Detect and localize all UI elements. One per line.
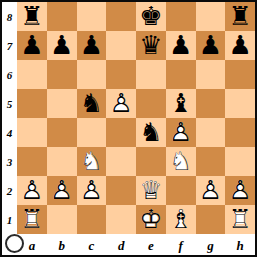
rank-label-7: 7 [2, 31, 17, 60]
square-b8[interactable] [47, 2, 77, 31]
square-g1[interactable] [196, 205, 226, 234]
square-h1[interactable]: ♜♖ [225, 205, 255, 234]
square-h6[interactable] [225, 60, 255, 89]
square-d2[interactable] [106, 176, 136, 205]
square-d1[interactable] [106, 205, 136, 234]
square-g4[interactable] [196, 118, 226, 147]
piece-black-king: ♚ [136, 2, 166, 31]
square-e5[interactable] [136, 89, 166, 118]
board: 8♜♚♜7♟♟♟♛♟♟♟65♞♟♙♝4♞♟♙3♞♘♞♘2♟♙♟♙♟♙♛♕♟♙♟♙… [2, 2, 255, 255]
square-b7[interactable]: ♟ [47, 31, 77, 60]
piece-white-queen: ♛♕ [136, 176, 166, 205]
square-b3[interactable] [47, 147, 77, 176]
piece-black-knight: ♞ [136, 118, 166, 147]
square-b2[interactable]: ♟♙ [47, 176, 77, 205]
square-b4[interactable] [47, 118, 77, 147]
square-c6[interactable] [77, 60, 107, 89]
square-e8[interactable]: ♚ [136, 2, 166, 31]
square-g6[interactable] [196, 60, 226, 89]
square-f8[interactable] [166, 2, 196, 31]
square-e6[interactable] [136, 60, 166, 89]
piece-white-bishop: ♝♗ [166, 205, 196, 234]
square-e2[interactable]: ♛♕ [136, 176, 166, 205]
square-d4[interactable] [106, 118, 136, 147]
square-g8[interactable] [196, 2, 226, 31]
square-h4[interactable] [225, 118, 255, 147]
square-f5[interactable]: ♝ [166, 89, 196, 118]
square-f2[interactable] [166, 176, 196, 205]
piece-white-rook: ♜♖ [17, 205, 47, 234]
piece-black-pawn: ♟ [17, 31, 47, 60]
square-f4[interactable]: ♟♙ [166, 118, 196, 147]
piece-black-pawn: ♟ [77, 31, 107, 60]
rank-label-2: 2 [2, 176, 17, 205]
chess-diagram: 8♜♚♜7♟♟♟♛♟♟♟65♞♟♙♝4♞♟♙3♞♘♞♘2♟♙♟♙♟♙♛♕♟♙♟♙… [0, 0, 257, 257]
square-g7[interactable]: ♟ [196, 31, 226, 60]
rank-label-8: 8 [2, 2, 17, 31]
piece-black-pawn: ♟ [196, 31, 226, 60]
square-g5[interactable] [196, 89, 226, 118]
square-a6[interactable] [17, 60, 47, 89]
square-c7[interactable]: ♟ [77, 31, 107, 60]
square-a4[interactable] [17, 118, 47, 147]
square-a8[interactable]: ♜ [17, 2, 47, 31]
piece-white-king: ♚♔ [136, 205, 166, 234]
piece-black-rook: ♜ [225, 2, 255, 31]
square-b6[interactable] [47, 60, 77, 89]
square-g2[interactable]: ♟♙ [196, 176, 226, 205]
square-h8[interactable]: ♜ [225, 2, 255, 31]
square-d8[interactable] [106, 2, 136, 31]
square-a1[interactable]: ♜♖ [17, 205, 47, 234]
square-h3[interactable] [225, 147, 255, 176]
file-label-f: f [166, 234, 196, 255]
rank-label-4: 4 [2, 118, 17, 147]
square-c5[interactable]: ♞ [77, 89, 107, 118]
square-e4[interactable]: ♞ [136, 118, 166, 147]
rank-label-1: 1 [2, 205, 17, 234]
square-e3[interactable] [136, 147, 166, 176]
rank-label-5: 5 [2, 89, 17, 118]
piece-black-queen: ♛ [136, 31, 166, 60]
piece-black-pawn: ♟ [166, 31, 196, 60]
file-label-g: g [196, 234, 226, 255]
piece-white-pawn: ♟♙ [47, 176, 77, 205]
square-a5[interactable] [17, 89, 47, 118]
square-d5[interactable]: ♟♙ [106, 89, 136, 118]
square-e1[interactable]: ♚♔ [136, 205, 166, 234]
square-e7[interactable]: ♛ [136, 31, 166, 60]
piece-black-pawn: ♟ [47, 31, 77, 60]
piece-white-pawn: ♟♙ [196, 176, 226, 205]
square-a2[interactable]: ♟♙ [17, 176, 47, 205]
square-h2[interactable]: ♟♙ [225, 176, 255, 205]
square-c4[interactable] [77, 118, 107, 147]
piece-white-pawn: ♟♙ [17, 176, 47, 205]
square-c3[interactable]: ♞♘ [77, 147, 107, 176]
square-d7[interactable] [106, 31, 136, 60]
file-label-h: h [225, 234, 255, 255]
piece-white-rook: ♜♖ [225, 205, 255, 234]
side-to-move-indicator [5, 234, 24, 253]
square-h5[interactable] [225, 89, 255, 118]
square-f7[interactable]: ♟ [166, 31, 196, 60]
square-h7[interactable]: ♟ [225, 31, 255, 60]
piece-white-pawn: ♟♙ [225, 176, 255, 205]
square-a3[interactable] [17, 147, 47, 176]
square-c2[interactable]: ♟♙ [77, 176, 107, 205]
file-label-c: c [77, 234, 107, 255]
square-c1[interactable] [77, 205, 107, 234]
piece-white-knight: ♞♘ [77, 147, 107, 176]
piece-black-pawn: ♟ [225, 31, 255, 60]
file-label-b: b [47, 234, 77, 255]
square-d6[interactable] [106, 60, 136, 89]
square-b1[interactable] [47, 205, 77, 234]
piece-black-knight: ♞ [77, 89, 107, 118]
piece-white-pawn: ♟♙ [166, 118, 196, 147]
file-label-e: e [136, 234, 166, 255]
square-f3[interactable]: ♞♘ [166, 147, 196, 176]
square-f6[interactable] [166, 60, 196, 89]
rank-label-3: 3 [2, 147, 17, 176]
square-a7[interactable]: ♟ [17, 31, 47, 60]
square-g3[interactable] [196, 147, 226, 176]
piece-white-knight: ♞♘ [166, 147, 196, 176]
square-f1[interactable]: ♝♗ [166, 205, 196, 234]
square-c8[interactable] [77, 2, 107, 31]
piece-black-rook: ♜ [17, 2, 47, 31]
piece-white-pawn: ♟♙ [106, 89, 136, 118]
file-label-d: d [106, 234, 136, 255]
square-d3[interactable] [106, 147, 136, 176]
rank-label-6: 6 [2, 60, 17, 89]
piece-white-pawn: ♟♙ [77, 176, 107, 205]
square-b5[interactable] [47, 89, 77, 118]
piece-black-bishop: ♝ [166, 89, 196, 118]
